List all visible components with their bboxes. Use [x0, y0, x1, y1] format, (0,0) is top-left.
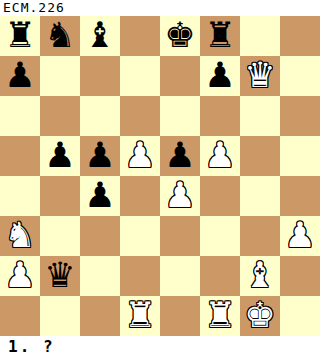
square-e7[interactable] — [160, 56, 200, 96]
square-c4[interactable]: ♟ — [80, 176, 120, 216]
square-a7[interactable]: ♟ — [0, 56, 40, 96]
piece-black-pawn: ♟ — [84, 136, 115, 175]
square-b7[interactable] — [40, 56, 80, 96]
move-prompt: 1. ? — [0, 336, 320, 360]
square-f8[interactable]: ♜ — [200, 16, 240, 56]
square-c8[interactable]: ♝ — [80, 16, 120, 56]
square-g5[interactable] — [240, 136, 280, 176]
square-b4[interactable] — [40, 176, 80, 216]
piece-black-king: ♚ — [164, 16, 195, 55]
square-a6[interactable] — [0, 96, 40, 136]
piece-black-pawn: ♟ — [84, 176, 115, 215]
square-h5[interactable] — [280, 136, 320, 176]
square-e4[interactable]: ♟ — [160, 176, 200, 216]
piece-white-knight: ♞ — [4, 216, 35, 255]
square-h1[interactable] — [280, 296, 320, 336]
square-g7[interactable]: ♛ — [240, 56, 280, 96]
square-h6[interactable] — [280, 96, 320, 136]
piece-black-rook: ♜ — [204, 16, 235, 55]
piece-white-rook: ♜ — [204, 296, 235, 335]
square-f3[interactable] — [200, 216, 240, 256]
chess-board: ♜♞♝♚♜♟♟♛♟♟♟♟♟♟♟♞♟♟♛♝♜♜♚ — [0, 16, 320, 336]
square-c6[interactable] — [80, 96, 120, 136]
piece-white-rook: ♜ — [124, 296, 155, 335]
square-a2[interactable]: ♟ — [0, 256, 40, 296]
square-d8[interactable] — [120, 16, 160, 56]
piece-black-rook: ♜ — [4, 16, 35, 55]
square-h7[interactable] — [280, 56, 320, 96]
square-f6[interactable] — [200, 96, 240, 136]
square-b5[interactable]: ♟ — [40, 136, 80, 176]
piece-white-pawn: ♟ — [164, 176, 195, 215]
square-f1[interactable]: ♜ — [200, 296, 240, 336]
square-e6[interactable] — [160, 96, 200, 136]
square-h4[interactable] — [280, 176, 320, 216]
piece-white-pawn: ♟ — [124, 136, 155, 175]
square-b1[interactable] — [40, 296, 80, 336]
square-c5[interactable]: ♟ — [80, 136, 120, 176]
square-d2[interactable] — [120, 256, 160, 296]
square-d7[interactable] — [120, 56, 160, 96]
square-a4[interactable] — [0, 176, 40, 216]
square-b8[interactable]: ♞ — [40, 16, 80, 56]
piece-black-queen: ♛ — [44, 256, 75, 295]
square-f2[interactable] — [200, 256, 240, 296]
square-c7[interactable] — [80, 56, 120, 96]
square-d4[interactable] — [120, 176, 160, 216]
square-b6[interactable] — [40, 96, 80, 136]
piece-black-pawn: ♟ — [204, 56, 235, 95]
piece-black-pawn: ♟ — [4, 56, 35, 95]
piece-white-pawn: ♟ — [4, 256, 35, 295]
square-d6[interactable] — [120, 96, 160, 136]
square-f4[interactable] — [200, 176, 240, 216]
piece-black-pawn: ♟ — [164, 136, 195, 175]
chess-puzzle-window: ECM.226 ♜♞♝♚♜♟♟♛♟♟♟♟♟♟♟♞♟♟♛♝♜♜♚ 1. ? — [0, 0, 320, 360]
puzzle-title: ECM.226 — [0, 0, 320, 16]
piece-white-bishop: ♝ — [244, 256, 275, 295]
piece-white-pawn: ♟ — [204, 136, 235, 175]
square-h8[interactable] — [280, 16, 320, 56]
square-g8[interactable] — [240, 16, 280, 56]
square-g1[interactable]: ♚ — [240, 296, 280, 336]
square-a1[interactable] — [0, 296, 40, 336]
piece-black-bishop: ♝ — [84, 16, 115, 55]
square-g4[interactable] — [240, 176, 280, 216]
square-c1[interactable] — [80, 296, 120, 336]
square-d1[interactable]: ♜ — [120, 296, 160, 336]
square-e8[interactable]: ♚ — [160, 16, 200, 56]
square-c2[interactable] — [80, 256, 120, 296]
piece-black-pawn: ♟ — [44, 136, 75, 175]
square-f7[interactable]: ♟ — [200, 56, 240, 96]
square-b2[interactable]: ♛ — [40, 256, 80, 296]
square-g3[interactable] — [240, 216, 280, 256]
piece-white-king: ♚ — [244, 296, 275, 335]
square-g2[interactable]: ♝ — [240, 256, 280, 296]
square-c3[interactable] — [80, 216, 120, 256]
square-e1[interactable] — [160, 296, 200, 336]
square-a3[interactable]: ♞ — [0, 216, 40, 256]
square-e3[interactable] — [160, 216, 200, 256]
square-h3[interactable]: ♟ — [280, 216, 320, 256]
square-a8[interactable]: ♜ — [0, 16, 40, 56]
piece-white-pawn: ♟ — [284, 216, 315, 255]
square-b3[interactable] — [40, 216, 80, 256]
square-h2[interactable] — [280, 256, 320, 296]
square-a5[interactable] — [0, 136, 40, 176]
square-e5[interactable]: ♟ — [160, 136, 200, 176]
square-d5[interactable]: ♟ — [120, 136, 160, 176]
piece-black-knight: ♞ — [44, 16, 75, 55]
square-f5[interactable]: ♟ — [200, 136, 240, 176]
square-e2[interactable] — [160, 256, 200, 296]
piece-white-queen: ♛ — [244, 56, 275, 95]
square-d3[interactable] — [120, 216, 160, 256]
square-g6[interactable] — [240, 96, 280, 136]
